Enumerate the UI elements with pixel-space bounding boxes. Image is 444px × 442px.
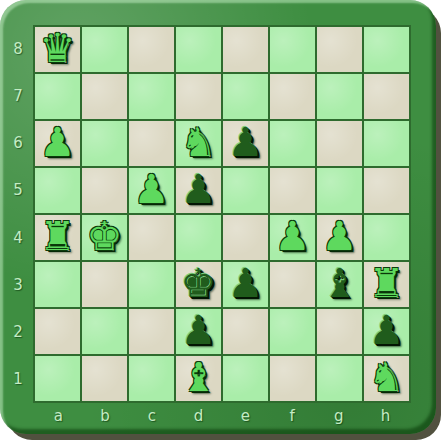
square-d6[interactable]: ♞ bbox=[176, 121, 221, 166]
square-b5[interactable] bbox=[82, 168, 127, 213]
square-g3[interactable]: ♝ bbox=[317, 262, 362, 307]
square-e3[interactable]: ♟ bbox=[223, 262, 268, 307]
square-b4[interactable]: ♚ bbox=[82, 215, 127, 260]
square-d4[interactable] bbox=[176, 215, 221, 260]
square-a7[interactable] bbox=[35, 74, 80, 119]
square-b2[interactable] bbox=[82, 309, 127, 354]
square-g1[interactable] bbox=[317, 356, 362, 401]
rank-label-3: 3 bbox=[7, 261, 29, 308]
rank-label-8: 8 bbox=[7, 25, 29, 72]
square-e5[interactable] bbox=[223, 168, 268, 213]
white-rook[interactable]: ♜ bbox=[40, 214, 76, 259]
square-c4[interactable] bbox=[129, 215, 174, 260]
rank-label-4: 4 bbox=[7, 214, 29, 261]
square-d5[interactable]: ♟ bbox=[176, 168, 221, 213]
file-labels: abcdefgh bbox=[35, 403, 409, 429]
square-f5[interactable] bbox=[270, 168, 315, 213]
white-rook[interactable]: ♜ bbox=[369, 261, 405, 306]
square-b1[interactable] bbox=[82, 356, 127, 401]
square-d3[interactable]: ♚ bbox=[176, 262, 221, 307]
white-pawn[interactable]: ♟ bbox=[134, 167, 170, 212]
square-a2[interactable] bbox=[35, 309, 80, 354]
square-e4[interactable] bbox=[223, 215, 268, 260]
square-c3[interactable] bbox=[129, 262, 174, 307]
rank-label-1: 1 bbox=[7, 356, 29, 403]
rank-label-6: 6 bbox=[7, 120, 29, 167]
square-a1[interactable] bbox=[35, 356, 80, 401]
black-bishop[interactable]: ♝ bbox=[322, 261, 358, 306]
black-pawn[interactable]: ♟ bbox=[228, 261, 264, 306]
square-d2[interactable]: ♟ bbox=[176, 309, 221, 354]
square-d8[interactable] bbox=[176, 27, 221, 72]
square-e7[interactable] bbox=[223, 74, 268, 119]
square-e2[interactable] bbox=[223, 309, 268, 354]
rank-label-5: 5 bbox=[7, 167, 29, 214]
square-e1[interactable] bbox=[223, 356, 268, 401]
chessboard-app: 87654321 ♛♟♞♟♟♟♜♚♟♟♚♟♝♜♟♟♝♞ abcdefgh bbox=[0, 0, 444, 442]
square-f2[interactable] bbox=[270, 309, 315, 354]
square-f4[interactable]: ♟ bbox=[270, 215, 315, 260]
square-h6[interactable] bbox=[364, 121, 409, 166]
file-label-g: g bbox=[316, 403, 363, 429]
square-f6[interactable] bbox=[270, 121, 315, 166]
square-f8[interactable] bbox=[270, 27, 315, 72]
square-g2[interactable] bbox=[317, 309, 362, 354]
square-h7[interactable] bbox=[364, 74, 409, 119]
black-pawn[interactable]: ♟ bbox=[181, 167, 217, 212]
file-label-e: e bbox=[222, 403, 269, 429]
square-g4[interactable]: ♟ bbox=[317, 215, 362, 260]
square-c7[interactable] bbox=[129, 74, 174, 119]
black-king[interactable]: ♚ bbox=[181, 261, 217, 306]
file-label-d: d bbox=[175, 403, 222, 429]
white-pawn[interactable]: ♟ bbox=[275, 214, 311, 259]
square-g6[interactable] bbox=[317, 121, 362, 166]
file-label-b: b bbox=[82, 403, 129, 429]
square-g8[interactable] bbox=[317, 27, 362, 72]
square-f1[interactable] bbox=[270, 356, 315, 401]
square-h4[interactable] bbox=[364, 215, 409, 260]
square-a6[interactable]: ♟ bbox=[35, 121, 80, 166]
file-label-c: c bbox=[129, 403, 176, 429]
square-h3[interactable]: ♜ bbox=[364, 262, 409, 307]
square-g5[interactable] bbox=[317, 168, 362, 213]
square-a5[interactable] bbox=[35, 168, 80, 213]
chess-board: ♛♟♞♟♟♟♜♚♟♟♚♟♝♜♟♟♝♞ bbox=[33, 25, 411, 403]
white-pawn[interactable]: ♟ bbox=[322, 214, 358, 259]
square-h2[interactable]: ♟ bbox=[364, 309, 409, 354]
square-d1[interactable]: ♝ bbox=[176, 356, 221, 401]
square-b8[interactable] bbox=[82, 27, 127, 72]
square-c6[interactable] bbox=[129, 121, 174, 166]
white-knight[interactable]: ♞ bbox=[369, 355, 405, 400]
square-c8[interactable] bbox=[129, 27, 174, 72]
square-b7[interactable] bbox=[82, 74, 127, 119]
file-label-h: h bbox=[362, 403, 409, 429]
file-label-a: a bbox=[35, 403, 82, 429]
white-knight[interactable]: ♞ bbox=[181, 120, 217, 165]
square-a4[interactable]: ♜ bbox=[35, 215, 80, 260]
rank-labels: 87654321 bbox=[7, 25, 29, 403]
square-f3[interactable] bbox=[270, 262, 315, 307]
white-bishop[interactable]: ♝ bbox=[181, 355, 217, 400]
square-c2[interactable] bbox=[129, 309, 174, 354]
square-b6[interactable] bbox=[82, 121, 127, 166]
square-c5[interactable]: ♟ bbox=[129, 168, 174, 213]
square-f7[interactable] bbox=[270, 74, 315, 119]
white-queen[interactable]: ♛ bbox=[40, 26, 76, 71]
rank-label-7: 7 bbox=[7, 72, 29, 119]
file-label-f: f bbox=[269, 403, 316, 429]
square-h8[interactable] bbox=[364, 27, 409, 72]
white-pawn[interactable]: ♟ bbox=[40, 120, 76, 165]
square-e6[interactable]: ♟ bbox=[223, 121, 268, 166]
black-pawn[interactable]: ♟ bbox=[369, 308, 405, 353]
square-e8[interactable] bbox=[223, 27, 268, 72]
rank-label-2: 2 bbox=[7, 309, 29, 356]
board-frame: 87654321 ♛♟♞♟♟♟♜♚♟♟♚♟♝♜♟♟♝♞ abcdefgh bbox=[0, 0, 436, 434]
white-king[interactable]: ♚ bbox=[87, 214, 123, 259]
square-a8[interactable]: ♛ bbox=[35, 27, 80, 72]
square-h1[interactable]: ♞ bbox=[364, 356, 409, 401]
square-d7[interactable] bbox=[176, 74, 221, 119]
black-pawn[interactable]: ♟ bbox=[181, 308, 217, 353]
square-h5[interactable] bbox=[364, 168, 409, 213]
square-a3[interactable] bbox=[35, 262, 80, 307]
square-g7[interactable] bbox=[317, 74, 362, 119]
square-c1[interactable] bbox=[129, 356, 174, 401]
square-b3[interactable] bbox=[82, 262, 127, 307]
black-pawn[interactable]: ♟ bbox=[228, 120, 264, 165]
